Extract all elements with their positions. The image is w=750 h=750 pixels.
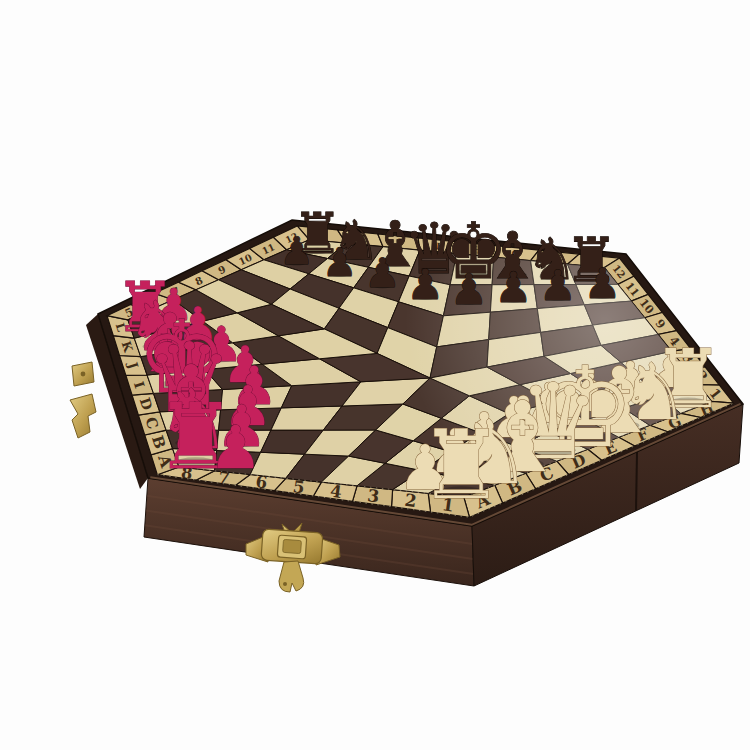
black-pawn: ♟ xyxy=(364,249,400,297)
black-pawn: ♟ xyxy=(495,263,533,312)
white-rook: ♜ xyxy=(419,410,504,520)
black-pawn: ♟ xyxy=(539,261,577,310)
black-pawn: ♟ xyxy=(450,265,488,314)
brass-side-clasp xyxy=(70,362,96,438)
black-pawn: ♟ xyxy=(584,259,621,308)
black-pawn: ♟ xyxy=(407,260,444,309)
red-pawn: ♟ xyxy=(209,413,262,482)
black-pawn: ♟ xyxy=(322,239,357,285)
black-pawn: ♟ xyxy=(280,229,314,273)
product-photo: Wooden three-player hexagonal folding ch… xyxy=(40,16,750,750)
three-player-chess-board: LKJIHGFE12111094321HGFEDCBA12345678ABCDI… xyxy=(40,16,750,750)
folding-seam xyxy=(636,452,637,511)
